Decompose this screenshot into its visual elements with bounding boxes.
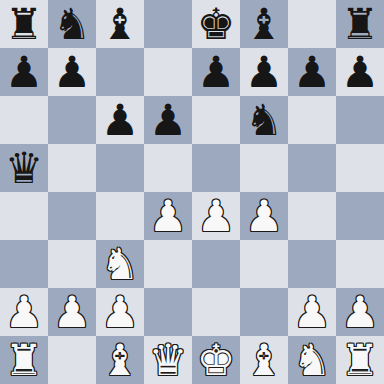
square-g8[interactable] <box>288 0 336 48</box>
square-e1[interactable]: ♚ <box>192 336 240 384</box>
square-c2[interactable]: ♟ <box>96 288 144 336</box>
square-b6[interactable] <box>48 96 96 144</box>
square-c3[interactable]: ♞ <box>96 240 144 288</box>
square-e7[interactable]: ♟ <box>192 48 240 96</box>
square-c7[interactable] <box>96 48 144 96</box>
square-b1[interactable] <box>48 336 96 384</box>
square-a1[interactable]: ♜ <box>0 336 48 384</box>
piece-white-bishop[interactable]: ♝ <box>240 336 288 384</box>
piece-white-pawn[interactable]: ♟ <box>0 288 48 336</box>
piece-black-rook[interactable]: ♜ <box>0 0 48 48</box>
piece-black-king[interactable]: ♚ <box>192 0 240 48</box>
square-a4[interactable] <box>0 192 48 240</box>
piece-white-knight[interactable]: ♞ <box>288 336 336 384</box>
square-b2[interactable]: ♟ <box>48 288 96 336</box>
square-c4[interactable] <box>96 192 144 240</box>
piece-black-pawn[interactable]: ♟ <box>192 48 240 96</box>
square-g1[interactable]: ♞ <box>288 336 336 384</box>
piece-white-pawn[interactable]: ♟ <box>336 288 384 336</box>
piece-black-rook[interactable]: ♜ <box>336 0 384 48</box>
square-f4[interactable]: ♟ <box>240 192 288 240</box>
square-f1[interactable]: ♝ <box>240 336 288 384</box>
piece-white-rook[interactable]: ♜ <box>0 336 48 384</box>
square-d2[interactable] <box>144 288 192 336</box>
square-c5[interactable] <box>96 144 144 192</box>
square-h6[interactable] <box>336 96 384 144</box>
piece-black-queen[interactable]: ♛ <box>0 144 48 192</box>
square-c6[interactable]: ♟ <box>96 96 144 144</box>
square-f5[interactable] <box>240 144 288 192</box>
piece-black-pawn[interactable]: ♟ <box>240 48 288 96</box>
square-a5[interactable]: ♛ <box>0 144 48 192</box>
square-h5[interactable] <box>336 144 384 192</box>
square-d4[interactable]: ♟ <box>144 192 192 240</box>
square-h1[interactable]: ♜ <box>336 336 384 384</box>
piece-white-pawn[interactable]: ♟ <box>288 288 336 336</box>
piece-black-pawn[interactable]: ♟ <box>336 48 384 96</box>
square-a3[interactable] <box>0 240 48 288</box>
square-f3[interactable] <box>240 240 288 288</box>
piece-black-bishop[interactable]: ♝ <box>96 0 144 48</box>
piece-black-pawn[interactable]: ♟ <box>144 96 192 144</box>
piece-black-pawn[interactable]: ♟ <box>0 48 48 96</box>
square-e4[interactable]: ♟ <box>192 192 240 240</box>
square-e5[interactable] <box>192 144 240 192</box>
square-d3[interactable] <box>144 240 192 288</box>
square-b3[interactable] <box>48 240 96 288</box>
square-f2[interactable] <box>240 288 288 336</box>
square-f6[interactable]: ♞ <box>240 96 288 144</box>
square-h4[interactable] <box>336 192 384 240</box>
square-c1[interactable]: ♝ <box>96 336 144 384</box>
piece-black-bishop[interactable]: ♝ <box>240 0 288 48</box>
square-e8[interactable]: ♚ <box>192 0 240 48</box>
square-b8[interactable]: ♞ <box>48 0 96 48</box>
piece-black-pawn[interactable]: ♟ <box>48 48 96 96</box>
chess-board: ♜♞♝♚♝♜♟♟♟♟♟♟♟♟♞♛♟♟♟♞♟♟♟♟♟♜♝♛♚♝♞♜ <box>0 0 384 384</box>
square-b7[interactable]: ♟ <box>48 48 96 96</box>
square-d1[interactable]: ♛ <box>144 336 192 384</box>
square-g2[interactable]: ♟ <box>288 288 336 336</box>
square-e6[interactable] <box>192 96 240 144</box>
square-g5[interactable] <box>288 144 336 192</box>
piece-black-knight[interactable]: ♞ <box>48 0 96 48</box>
piece-white-queen[interactable]: ♛ <box>144 336 192 384</box>
piece-black-pawn[interactable]: ♟ <box>96 96 144 144</box>
square-e3[interactable] <box>192 240 240 288</box>
square-g4[interactable] <box>288 192 336 240</box>
piece-white-pawn[interactable]: ♟ <box>192 192 240 240</box>
square-a2[interactable]: ♟ <box>0 288 48 336</box>
square-h3[interactable] <box>336 240 384 288</box>
square-g7[interactable]: ♟ <box>288 48 336 96</box>
square-h8[interactable]: ♜ <box>336 0 384 48</box>
square-b5[interactable] <box>48 144 96 192</box>
piece-white-rook[interactable]: ♜ <box>336 336 384 384</box>
piece-white-king[interactable]: ♚ <box>192 336 240 384</box>
piece-white-pawn[interactable]: ♟ <box>144 192 192 240</box>
square-d8[interactable] <box>144 0 192 48</box>
square-c8[interactable]: ♝ <box>96 0 144 48</box>
square-f7[interactable]: ♟ <box>240 48 288 96</box>
square-a7[interactable]: ♟ <box>0 48 48 96</box>
piece-white-pawn[interactable]: ♟ <box>96 288 144 336</box>
square-h2[interactable]: ♟ <box>336 288 384 336</box>
square-d6[interactable]: ♟ <box>144 96 192 144</box>
piece-white-pawn[interactable]: ♟ <box>240 192 288 240</box>
square-g3[interactable] <box>288 240 336 288</box>
square-d7[interactable] <box>144 48 192 96</box>
piece-white-knight[interactable]: ♞ <box>96 240 144 288</box>
square-a6[interactable] <box>0 96 48 144</box>
square-e2[interactable] <box>192 288 240 336</box>
square-a8[interactable]: ♜ <box>0 0 48 48</box>
piece-black-knight[interactable]: ♞ <box>240 96 288 144</box>
square-b4[interactable] <box>48 192 96 240</box>
square-f8[interactable]: ♝ <box>240 0 288 48</box>
square-h7[interactable]: ♟ <box>336 48 384 96</box>
square-g6[interactable] <box>288 96 336 144</box>
square-d5[interactable] <box>144 144 192 192</box>
piece-white-pawn[interactable]: ♟ <box>48 288 96 336</box>
piece-black-pawn[interactable]: ♟ <box>288 48 336 96</box>
piece-white-bishop[interactable]: ♝ <box>96 336 144 384</box>
